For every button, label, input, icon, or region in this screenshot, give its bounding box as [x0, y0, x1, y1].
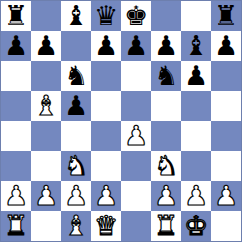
square-c1[interactable]: ♝ — [61, 211, 91, 241]
square-h4[interactable] — [211, 121, 241, 151]
black-pawn[interactable]: ♟ — [34, 31, 58, 61]
black-pawn[interactable]: ♟ — [94, 31, 118, 61]
square-f2[interactable]: ♟ — [151, 181, 181, 211]
square-d4[interactable] — [91, 121, 121, 151]
square-d1[interactable]: ♛ — [91, 211, 121, 241]
white-pawn[interactable]: ♟ — [34, 181, 58, 211]
square-f3[interactable]: ♞ — [151, 151, 181, 181]
square-g6[interactable]: ♟ — [181, 61, 211, 91]
square-g7[interactable]: ♝ — [181, 31, 211, 61]
square-c7[interactable] — [61, 31, 91, 61]
square-c5[interactable]: ♟ — [61, 91, 91, 121]
square-a5[interactable] — [1, 91, 31, 121]
square-d3[interactable] — [91, 151, 121, 181]
square-c8[interactable]: ♝ — [61, 1, 91, 31]
square-e2[interactable] — [121, 181, 151, 211]
white-knight[interactable]: ♞ — [154, 151, 178, 181]
square-h8[interactable]: ♜ — [211, 1, 241, 31]
square-e7[interactable]: ♟ — [121, 31, 151, 61]
white-pawn[interactable]: ♟ — [64, 181, 88, 211]
square-g8[interactable] — [181, 1, 211, 31]
square-b5[interactable]: ♝ — [31, 91, 61, 121]
white-pawn[interactable]: ♟ — [94, 181, 118, 211]
square-f5[interactable] — [151, 91, 181, 121]
square-h1[interactable] — [211, 211, 241, 241]
white-pawn[interactable]: ♟ — [154, 181, 178, 211]
square-h3[interactable] — [211, 151, 241, 181]
black-bishop[interactable]: ♝ — [64, 1, 88, 31]
square-a6[interactable] — [1, 61, 31, 91]
square-f6[interactable]: ♞ — [151, 61, 181, 91]
square-a1[interactable]: ♜ — [1, 211, 31, 241]
white-knight[interactable]: ♞ — [64, 151, 88, 181]
square-g5[interactable] — [181, 91, 211, 121]
square-a7[interactable]: ♟ — [1, 31, 31, 61]
square-g3[interactable] — [181, 151, 211, 181]
square-a3[interactable] — [1, 151, 31, 181]
square-f4[interactable] — [151, 121, 181, 151]
black-pawn[interactable]: ♟ — [64, 91, 88, 121]
square-b8[interactable] — [31, 1, 61, 31]
white-rook[interactable]: ♜ — [4, 211, 28, 241]
black-rook[interactable]: ♜ — [4, 1, 28, 31]
square-e6[interactable] — [121, 61, 151, 91]
black-pawn[interactable]: ♟ — [4, 31, 28, 61]
square-b1[interactable] — [31, 211, 61, 241]
white-pawn[interactable]: ♟ — [214, 181, 238, 211]
square-g1[interactable]: ♚ — [181, 211, 211, 241]
square-f8[interactable] — [151, 1, 181, 31]
white-pawn[interactable]: ♟ — [124, 121, 148, 151]
square-c2[interactable]: ♟ — [61, 181, 91, 211]
black-pawn[interactable]: ♟ — [214, 31, 238, 61]
black-knight[interactable]: ♞ — [154, 61, 178, 91]
square-c4[interactable] — [61, 121, 91, 151]
square-e3[interactable] — [121, 151, 151, 181]
square-d7[interactable]: ♟ — [91, 31, 121, 61]
square-a2[interactable]: ♟ — [1, 181, 31, 211]
square-b6[interactable] — [31, 61, 61, 91]
black-king[interactable]: ♚ — [124, 1, 148, 31]
square-g2[interactable]: ♟ — [181, 181, 211, 211]
white-king[interactable]: ♚ — [184, 211, 208, 241]
square-d2[interactable]: ♟ — [91, 181, 121, 211]
white-bishop[interactable]: ♝ — [34, 91, 58, 121]
black-bishop[interactable]: ♝ — [184, 31, 208, 61]
chess-board: ♜♝♛♚♜♟♟♟♟♟♝♟♞♞♟♝♟♟♞♞♟♟♟♟♟♟♟♜♝♛♜♚ — [0, 0, 242, 242]
white-pawn[interactable]: ♟ — [184, 181, 208, 211]
square-a8[interactable]: ♜ — [1, 1, 31, 31]
square-h6[interactable] — [211, 61, 241, 91]
white-rook[interactable]: ♜ — [154, 211, 178, 241]
square-e1[interactable] — [121, 211, 151, 241]
white-queen[interactable]: ♛ — [94, 211, 118, 241]
square-c3[interactable]: ♞ — [61, 151, 91, 181]
square-d6[interactable] — [91, 61, 121, 91]
black-rook[interactable]: ♜ — [214, 1, 238, 31]
square-b4[interactable] — [31, 121, 61, 151]
square-f1[interactable]: ♜ — [151, 211, 181, 241]
white-bishop[interactable]: ♝ — [64, 211, 88, 241]
square-f7[interactable]: ♟ — [151, 31, 181, 61]
black-knight[interactable]: ♞ — [64, 61, 88, 91]
black-pawn[interactable]: ♟ — [154, 31, 178, 61]
square-a4[interactable] — [1, 121, 31, 151]
square-d8[interactable]: ♛ — [91, 1, 121, 31]
black-pawn[interactable]: ♟ — [184, 61, 208, 91]
black-pawn[interactable]: ♟ — [124, 31, 148, 61]
square-h2[interactable]: ♟ — [211, 181, 241, 211]
square-b3[interactable] — [31, 151, 61, 181]
square-g4[interactable] — [181, 121, 211, 151]
square-d5[interactable] — [91, 91, 121, 121]
square-b2[interactable]: ♟ — [31, 181, 61, 211]
square-e8[interactable]: ♚ — [121, 1, 151, 31]
square-e5[interactable] — [121, 91, 151, 121]
square-b7[interactable]: ♟ — [31, 31, 61, 61]
white-pawn[interactable]: ♟ — [4, 181, 28, 211]
square-c6[interactable]: ♞ — [61, 61, 91, 91]
black-queen[interactable]: ♛ — [94, 1, 118, 31]
square-e4[interactable]: ♟ — [121, 121, 151, 151]
square-h5[interactable] — [211, 91, 241, 121]
square-h7[interactable]: ♟ — [211, 31, 241, 61]
